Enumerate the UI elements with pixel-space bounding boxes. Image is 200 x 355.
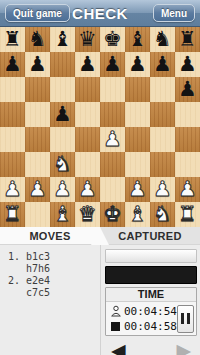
square-e8[interactable]: ♚: [100, 27, 125, 52]
clock-box: 00:04:54 00:04:58: [106, 302, 196, 335]
square-h8[interactable]: ♜: [175, 27, 200, 52]
square-h3[interactable]: [175, 152, 200, 177]
square-g1[interactable]: ♞: [150, 202, 175, 227]
square-h6[interactable]: ♟: [175, 77, 200, 102]
tab-divider-notch: [91, 227, 109, 245]
square-f7[interactable]: ♟: [125, 52, 150, 77]
move-line: h7h6: [8, 263, 100, 275]
square-g4[interactable]: [150, 127, 175, 152]
square-c4[interactable]: [50, 127, 75, 152]
square-f2[interactable]: ♟: [125, 177, 150, 202]
time-header: TIME: [106, 288, 196, 302]
chess-board: ♜♞♝♛♚♝♞♜♟♟♟♟♟♟♟♟♟♟♞♟♟♟♟♟♟♟♜♝♛♚♝♞♜: [0, 27, 200, 227]
move-line: 1. b1c3: [8, 251, 100, 263]
square-f3[interactable]: [125, 152, 150, 177]
piece-white-queen[interactable]: ♛: [75, 202, 100, 227]
square-g8[interactable]: ♞: [150, 27, 175, 52]
square-e2[interactable]: [100, 177, 125, 202]
tab-bar: MOVES CAPTURED: [0, 227, 200, 245]
quit-game-button[interactable]: Quit game: [5, 4, 70, 22]
square-b4[interactable]: [25, 127, 50, 152]
piece-black-rook[interactable]: ♜: [175, 27, 200, 52]
piece-white-bishop[interactable]: ♝: [125, 202, 150, 227]
square-a6[interactable]: [0, 77, 25, 102]
square-f4[interactable]: [125, 127, 150, 152]
square-f5[interactable]: [125, 102, 150, 127]
piece-white-pawn[interactable]: ♟: [25, 177, 50, 202]
square-c1[interactable]: ♝: [50, 202, 75, 227]
piece-black-pawn[interactable]: ♟: [0, 52, 25, 77]
captured-time-panel: TIME 00:04:54: [100, 245, 200, 355]
pause-button[interactable]: [177, 305, 194, 333]
piece-white-rook[interactable]: ♜: [175, 202, 200, 227]
square-e4[interactable]: ♟: [100, 127, 125, 152]
square-g3[interactable]: [150, 152, 175, 177]
square-e1[interactable]: ♚: [100, 202, 125, 227]
square-f1[interactable]: ♝: [125, 202, 150, 227]
piece-white-pawn[interactable]: ♟: [75, 177, 100, 202]
piece-white-rook[interactable]: ♜: [0, 202, 25, 227]
square-d3[interactable]: [75, 152, 100, 177]
square-h5[interactable]: [175, 102, 200, 127]
piece-white-pawn[interactable]: ♟: [150, 177, 175, 202]
square-e3[interactable]: [100, 152, 125, 177]
square-c5[interactable]: ♟: [50, 102, 75, 127]
square-a8[interactable]: ♜: [0, 27, 25, 52]
piece-black-knight[interactable]: ♞: [25, 27, 50, 52]
square-g2[interactable]: ♟: [150, 177, 175, 202]
tab-moves[interactable]: MOVES: [0, 227, 100, 244]
piece-black-pawn[interactable]: ♟: [50, 102, 75, 127]
square-c7[interactable]: [50, 52, 75, 77]
menu-button[interactable]: Menu: [153, 4, 195, 22]
piece-black-queen[interactable]: ♛: [75, 27, 100, 52]
move-line: 2. e2e4: [8, 275, 100, 287]
square-h2[interactable]: ♟: [175, 177, 200, 202]
piece-black-pawn[interactable]: ♟: [175, 77, 200, 102]
square-d1[interactable]: ♛: [75, 202, 100, 227]
square-a4[interactable]: [0, 127, 25, 152]
square-e6[interactable]: [100, 77, 125, 102]
square-g5[interactable]: [150, 102, 175, 127]
square-h1[interactable]: ♜: [175, 202, 200, 227]
piece-black-pawn[interactable]: ♟: [150, 52, 175, 77]
square-b6[interactable]: [25, 77, 50, 102]
navigation-bar: Quit game CHECK Menu: [0, 0, 200, 27]
square-a5[interactable]: [0, 102, 25, 127]
square-g7[interactable]: ♟: [150, 52, 175, 77]
captured-black-tray: [105, 266, 197, 284]
square-c6[interactable]: [50, 77, 75, 102]
piece-black-king[interactable]: ♚: [100, 27, 125, 52]
black-clock-row: 00:04:58: [109, 319, 177, 333]
square-c2[interactable]: ♟: [50, 177, 75, 202]
square-e7[interactable]: ♟: [100, 52, 125, 77]
square-f8[interactable]: ♝: [125, 27, 150, 52]
black-time: 00:04:58: [124, 320, 177, 333]
square-b2[interactable]: ♟: [25, 177, 50, 202]
square-d5[interactable]: [75, 102, 100, 127]
tab-captured[interactable]: CAPTURED: [100, 227, 200, 244]
square-b3[interactable]: [25, 152, 50, 177]
piece-black-bishop[interactable]: ♝: [50, 27, 75, 52]
square-g6[interactable]: [150, 77, 175, 102]
square-e5[interactable]: [100, 102, 125, 127]
piece-black-knight[interactable]: ♞: [150, 27, 175, 52]
pause-icon: [181, 313, 184, 324]
square-d8[interactable]: ♛: [75, 27, 100, 52]
piece-white-pawn[interactable]: ♟: [125, 177, 150, 202]
square-c8[interactable]: ♝: [50, 27, 75, 52]
captured-white-tray: [105, 249, 197, 263]
moves-list: 1. b1c3 h7h62. e2e4 c7c5: [0, 245, 100, 355]
square-d2[interactable]: ♟: [75, 177, 100, 202]
time-section: TIME 00:04:54: [105, 287, 197, 336]
black-player-icon: [109, 322, 122, 331]
piece-black-pawn[interactable]: ♟: [100, 52, 125, 77]
white-clock-row: 00:04:54: [109, 304, 177, 318]
piece-black-bishop[interactable]: ♝: [125, 27, 150, 52]
content-area: 1. b1c3 h7h62. e2e4 c7c5 TIME 00:04:54: [0, 245, 200, 355]
move-line: c7c5: [8, 287, 100, 299]
square-a3[interactable]: [0, 152, 25, 177]
white-time: 00:04:54: [124, 305, 177, 318]
piece-white-king[interactable]: ♚: [100, 202, 125, 227]
move-navigation: ◀ ▶: [105, 340, 197, 355]
next-move-button[interactable]: ▶: [176, 340, 191, 355]
previous-move-button[interactable]: ◀: [111, 340, 126, 355]
piece-black-pawn[interactable]: ♟: [75, 52, 100, 77]
piece-black-rook[interactable]: ♜: [0, 27, 25, 52]
piece-white-pawn[interactable]: ♟: [0, 177, 25, 202]
piece-white-pawn[interactable]: ♟: [50, 177, 75, 202]
piece-white-pawn[interactable]: ♟: [175, 177, 200, 202]
square-d7[interactable]: ♟: [75, 52, 100, 77]
square-b5[interactable]: [25, 102, 50, 127]
piece-white-pawn[interactable]: ♟: [100, 127, 125, 152]
square-b8[interactable]: ♞: [25, 27, 50, 52]
square-d6[interactable]: [75, 77, 100, 102]
square-a7[interactable]: ♟: [0, 52, 25, 77]
square-f6[interactable]: [125, 77, 150, 102]
page-title: CHECK: [72, 5, 128, 22]
piece-black-pawn[interactable]: ♟: [175, 52, 200, 77]
piece-white-knight[interactable]: ♞: [50, 152, 75, 177]
square-a1[interactable]: ♜: [0, 202, 25, 227]
piece-black-pawn[interactable]: ♟: [125, 52, 150, 77]
piece-white-knight[interactable]: ♞: [150, 202, 175, 227]
piece-black-pawn[interactable]: ♟: [25, 52, 50, 77]
square-b1[interactable]: [25, 202, 50, 227]
square-a2[interactable]: ♟: [0, 177, 25, 202]
piece-white-bishop[interactable]: ♝: [50, 202, 75, 227]
square-d4[interactable]: [75, 127, 100, 152]
square-c3[interactable]: ♞: [50, 152, 75, 177]
white-player-icon: [109, 305, 122, 317]
square-h7[interactable]: ♟: [175, 52, 200, 77]
square-h4[interactable]: [175, 127, 200, 152]
square-b7[interactable]: ♟: [25, 52, 50, 77]
